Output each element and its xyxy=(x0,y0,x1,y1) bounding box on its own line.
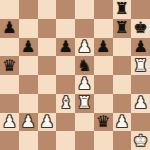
square-f7[interactable] xyxy=(94,19,113,38)
black-pawn-piece[interactable]: ♟ xyxy=(21,38,35,54)
black-pawn-piece[interactable]: ♟ xyxy=(96,38,110,54)
square-d1[interactable] xyxy=(56,131,75,150)
black-rook-piece[interactable]: ♜ xyxy=(115,1,129,17)
square-f5[interactable] xyxy=(94,56,113,75)
square-h8[interactable] xyxy=(131,0,150,19)
square-b6[interactable]: ♟ xyxy=(19,38,38,57)
square-c6[interactable] xyxy=(38,38,57,57)
square-d6[interactable]: ♟ xyxy=(56,38,75,57)
square-e6[interactable]: ♟ xyxy=(75,38,94,57)
square-g5[interactable] xyxy=(113,56,132,75)
white-pawn-piece[interactable]: ♟ xyxy=(40,113,54,129)
square-g6[interactable] xyxy=(113,38,132,57)
square-h4[interactable] xyxy=(131,75,150,94)
black-rook-piece[interactable]: ♜ xyxy=(115,20,129,36)
square-b1[interactable] xyxy=(19,131,38,150)
white-pawn-piece[interactable]: ♟ xyxy=(77,76,91,92)
square-a7[interactable]: ♟ xyxy=(0,19,19,38)
white-pawn-piece[interactable]: ♟ xyxy=(21,113,35,129)
square-c2[interactable]: ♟ xyxy=(38,113,57,132)
black-pawn-piece[interactable]: ♟ xyxy=(2,20,16,36)
white-king-piece[interactable]: ♚ xyxy=(133,132,147,148)
square-a4[interactable] xyxy=(0,75,19,94)
square-g8[interactable]: ♜ xyxy=(113,0,132,19)
square-g4[interactable] xyxy=(113,75,132,94)
white-rook-piece[interactable]: ♜ xyxy=(77,95,91,111)
square-g7[interactable]: ♜ xyxy=(113,19,132,38)
square-a1[interactable] xyxy=(0,131,19,150)
square-g2[interactable]: ♟ xyxy=(113,113,132,132)
square-h6[interactable]: ♟ xyxy=(131,38,150,57)
square-c5[interactable] xyxy=(38,56,57,75)
square-c7[interactable] xyxy=(38,19,57,38)
square-e4[interactable]: ♟ xyxy=(75,75,94,94)
white-pawn-piece[interactable]: ♟ xyxy=(115,113,129,129)
square-f3[interactable] xyxy=(94,94,113,113)
square-g3[interactable] xyxy=(113,94,132,113)
square-g1[interactable] xyxy=(113,131,132,150)
square-d2[interactable] xyxy=(56,113,75,132)
square-a3[interactable] xyxy=(0,94,19,113)
white-pawn-piece[interactable]: ♟ xyxy=(77,38,91,54)
square-b7[interactable] xyxy=(19,19,38,38)
square-f8[interactable] xyxy=(94,0,113,19)
square-b3[interactable] xyxy=(19,94,38,113)
square-a5[interactable]: ♛ xyxy=(0,56,19,75)
square-f6[interactable]: ♟ xyxy=(94,38,113,57)
black-king-piece[interactable]: ♚ xyxy=(133,20,147,36)
square-e1[interactable] xyxy=(75,131,94,150)
square-c1[interactable] xyxy=(38,131,57,150)
square-b5[interactable] xyxy=(19,56,38,75)
square-h5[interactable]: ♜ xyxy=(131,56,150,75)
black-pawn-piece[interactable]: ♟ xyxy=(133,38,147,54)
square-d8[interactable] xyxy=(56,0,75,19)
square-c3[interactable] xyxy=(38,94,57,113)
square-h2[interactable] xyxy=(131,113,150,132)
square-d3[interactable]: ♝ xyxy=(56,94,75,113)
square-h1[interactable]: ♚ xyxy=(131,131,150,150)
black-pawn-piece[interactable]: ♟ xyxy=(58,38,72,54)
square-f1[interactable] xyxy=(94,131,113,150)
square-b8[interactable] xyxy=(19,0,38,19)
square-a6[interactable] xyxy=(0,38,19,57)
square-h7[interactable]: ♚ xyxy=(131,19,150,38)
white-rook-piece[interactable]: ♜ xyxy=(133,57,147,73)
square-e5[interactable]: ♞ xyxy=(75,56,94,75)
square-d7[interactable] xyxy=(56,19,75,38)
square-b4[interactable] xyxy=(19,75,38,94)
square-c8[interactable] xyxy=(38,0,57,19)
square-c4[interactable] xyxy=(38,75,57,94)
square-e2[interactable] xyxy=(75,113,94,132)
square-a8[interactable] xyxy=(0,0,19,19)
white-pawn-piece[interactable]: ♟ xyxy=(2,113,16,129)
square-f2[interactable]: ♛ xyxy=(94,113,113,132)
black-queen-piece[interactable]: ♛ xyxy=(96,113,110,129)
square-e3[interactable]: ♜ xyxy=(75,94,94,113)
square-a2[interactable]: ♟ xyxy=(0,113,19,132)
square-b2[interactable]: ♟ xyxy=(19,113,38,132)
square-d5[interactable] xyxy=(56,56,75,75)
chess-board: ♜♟♜♚♟♟♟♟♟♛♞♜♟♝♜♟♟♟♟♛♟♚ xyxy=(0,0,150,150)
square-e7[interactable] xyxy=(75,19,94,38)
black-knight-piece[interactable]: ♞ xyxy=(77,57,91,73)
square-e8[interactable] xyxy=(75,0,94,19)
black-queen-piece[interactable]: ♛ xyxy=(2,57,16,73)
white-pawn-piece[interactable]: ♟ xyxy=(133,95,147,111)
square-d4[interactable] xyxy=(56,75,75,94)
white-bishop-piece[interactable]: ♝ xyxy=(58,95,72,111)
square-h3[interactable]: ♟ xyxy=(131,94,150,113)
square-f4[interactable] xyxy=(94,75,113,94)
